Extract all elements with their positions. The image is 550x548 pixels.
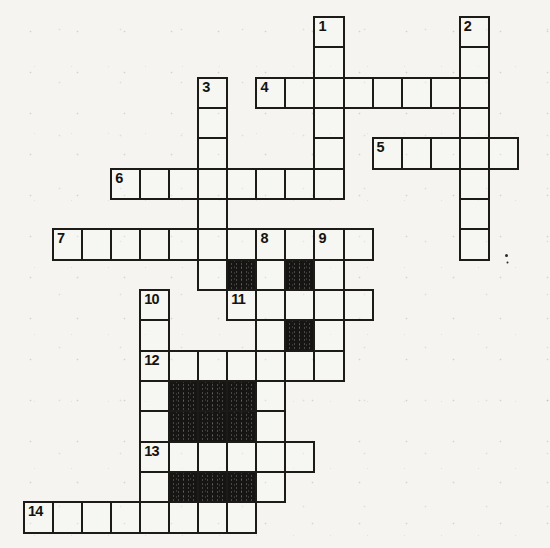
cell-r11c10[interactable] (313, 350, 344, 382)
cell-r5c3[interactable]: 6 (110, 168, 141, 200)
cell-r2c13[interactable] (401, 77, 432, 109)
cell-r16c5[interactable] (168, 501, 199, 533)
cell-r5c8[interactable] (255, 168, 286, 200)
block-r15c6 (197, 471, 228, 503)
clue-number-1: 1 (318, 19, 325, 34)
cell-r2c14[interactable] (430, 77, 461, 109)
cell-r4c6[interactable] (197, 137, 228, 169)
cell-r7c2[interactable] (81, 228, 112, 260)
cell-r6c15[interactable] (459, 198, 490, 230)
cell-r9c11[interactable] (343, 289, 374, 321)
cell-r2c12[interactable] (372, 77, 403, 109)
cell-r9c4[interactable]: 10 (139, 289, 170, 321)
cell-r10c8[interactable] (255, 319, 286, 351)
cell-r16c6[interactable] (197, 501, 228, 533)
cell-r1c10[interactable] (313, 46, 344, 78)
cell-r11c4[interactable]: 12 (139, 350, 170, 382)
block-r12c5 (168, 380, 199, 412)
cell-r4c10[interactable] (313, 137, 344, 169)
block-r13c5 (168, 410, 199, 442)
block-r12c6 (197, 380, 228, 412)
cell-r7c10[interactable]: 9 (313, 228, 344, 260)
cell-r7c4[interactable] (139, 228, 170, 260)
cell-r16c7[interactable] (226, 501, 257, 533)
cell-r3c15[interactable] (459, 107, 490, 139)
cell-r14c6[interactable] (197, 441, 228, 473)
block-r8c9 (284, 259, 315, 291)
cell-r14c9[interactable] (284, 441, 315, 473)
cell-r0c15[interactable]: 2 (459, 16, 490, 48)
cell-r5c6[interactable] (197, 168, 228, 200)
cell-r12c4[interactable] (139, 380, 170, 412)
cell-r8c8[interactable] (255, 259, 286, 291)
cell-r14c8[interactable] (255, 441, 286, 473)
cell-r2c10[interactable] (313, 77, 344, 109)
cell-r5c7[interactable] (226, 168, 257, 200)
clue-number-4: 4 (260, 80, 267, 95)
cell-r3c6[interactable] (197, 107, 228, 139)
block-r13c6 (197, 410, 228, 442)
cell-r7c3[interactable] (110, 228, 141, 260)
cell-r16c0[interactable]: 14 (23, 501, 54, 533)
clue-number-6: 6 (115, 171, 122, 186)
block-r12c7 (226, 380, 257, 412)
cell-r8c6[interactable] (197, 259, 228, 291)
clue-number-11: 11 (231, 292, 245, 307)
cell-r2c9[interactable] (284, 77, 315, 109)
cell-r3c10[interactable] (313, 107, 344, 139)
clue-number-14: 14 (28, 504, 43, 519)
cell-r14c4[interactable]: 13 (139, 441, 170, 473)
cell-r11c9[interactable] (284, 350, 315, 382)
clue-number-3: 3 (202, 80, 209, 95)
cell-r13c8[interactable] (255, 410, 286, 442)
cell-r4c12[interactable]: 5 (372, 137, 403, 169)
cell-r11c7[interactable] (226, 350, 257, 382)
clue-number-10: 10 (144, 292, 159, 307)
cell-r9c8[interactable] (255, 289, 286, 321)
cell-r5c9[interactable] (284, 168, 315, 200)
cell-r7c15[interactable] (459, 228, 490, 260)
block-r15c7 (226, 471, 257, 503)
cell-r1c15[interactable] (459, 46, 490, 78)
crossword-board: 1234567891011121314 (24, 17, 518, 533)
cell-r7c7[interactable] (226, 228, 257, 260)
block-r15c5 (168, 471, 199, 503)
scanned-puzzle-page: { "game": "crossword", "board": { "rows"… (0, 0, 550, 548)
cell-r11c6[interactable] (197, 350, 228, 382)
cell-r16c4[interactable] (139, 501, 170, 533)
cell-r12c8[interactable] (255, 380, 286, 412)
block-r13c7 (226, 410, 257, 442)
clue-number-7: 7 (57, 231, 64, 246)
cell-r9c10[interactable] (313, 289, 344, 321)
cell-r5c4[interactable] (139, 168, 170, 200)
cell-r14c7[interactable] (226, 441, 257, 473)
clue-number-9: 9 (318, 231, 325, 246)
cell-r5c5[interactable] (168, 168, 199, 200)
cell-r2c15[interactable] (459, 77, 490, 109)
cell-r7c11[interactable] (343, 228, 374, 260)
cell-r10c4[interactable] (139, 319, 170, 351)
cell-r7c8[interactable]: 8 (255, 228, 286, 260)
block-r8c7 (226, 259, 257, 291)
cell-r5c10[interactable] (313, 168, 344, 200)
cell-r7c1[interactable]: 7 (52, 228, 83, 260)
scan-speck (505, 254, 508, 257)
cell-r4c16[interactable] (488, 137, 519, 169)
cell-r10c10[interactable] (313, 319, 344, 351)
cell-r16c3[interactable] (110, 501, 141, 533)
clue-number-12: 12 (144, 353, 159, 368)
cell-r6c6[interactable] (197, 198, 228, 230)
cell-r2c11[interactable] (343, 77, 374, 109)
cell-r15c8[interactable] (255, 471, 286, 503)
cell-r16c1[interactable] (52, 501, 83, 533)
clue-number-8: 8 (260, 231, 267, 246)
cell-r4c13[interactable] (401, 137, 432, 169)
cell-r9c7[interactable]: 11 (226, 289, 257, 321)
cell-r11c8[interactable] (255, 350, 286, 382)
cell-r15c4[interactable] (139, 471, 170, 503)
cell-r9c9[interactable] (284, 289, 315, 321)
cell-r7c9[interactable] (284, 228, 315, 260)
clue-number-5: 5 (377, 140, 384, 155)
block-r10c9 (284, 319, 315, 351)
cell-r4c15[interactable] (459, 137, 490, 169)
clue-number-13: 13 (144, 444, 159, 459)
cell-r7c6[interactable] (197, 228, 228, 260)
cell-r8c10[interactable] (313, 259, 344, 291)
cell-r4c14[interactable] (430, 137, 461, 169)
cell-r0c10[interactable]: 1 (313, 16, 344, 48)
cell-r5c15[interactable] (459, 168, 490, 200)
cell-r13c4[interactable] (139, 410, 170, 442)
cell-r14c5[interactable] (168, 441, 199, 473)
cell-r11c5[interactable] (168, 350, 199, 382)
cell-r2c8[interactable]: 4 (255, 77, 286, 109)
cell-r2c6[interactable]: 3 (197, 77, 228, 109)
clue-number-2: 2 (464, 19, 471, 34)
cell-r7c5[interactable] (168, 228, 199, 260)
cell-r16c2[interactable] (81, 501, 112, 533)
